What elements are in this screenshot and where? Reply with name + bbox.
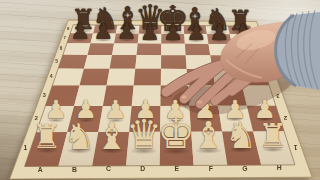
fingernail bbox=[197, 100, 202, 104]
chessboard-photo-scene: AABBCCDDEEFFGGHH8877665544332211 ♜♞♝♛♚♝♞… bbox=[0, 0, 320, 180]
players-hand bbox=[0, 0, 320, 180]
fingernail bbox=[181, 95, 186, 99]
